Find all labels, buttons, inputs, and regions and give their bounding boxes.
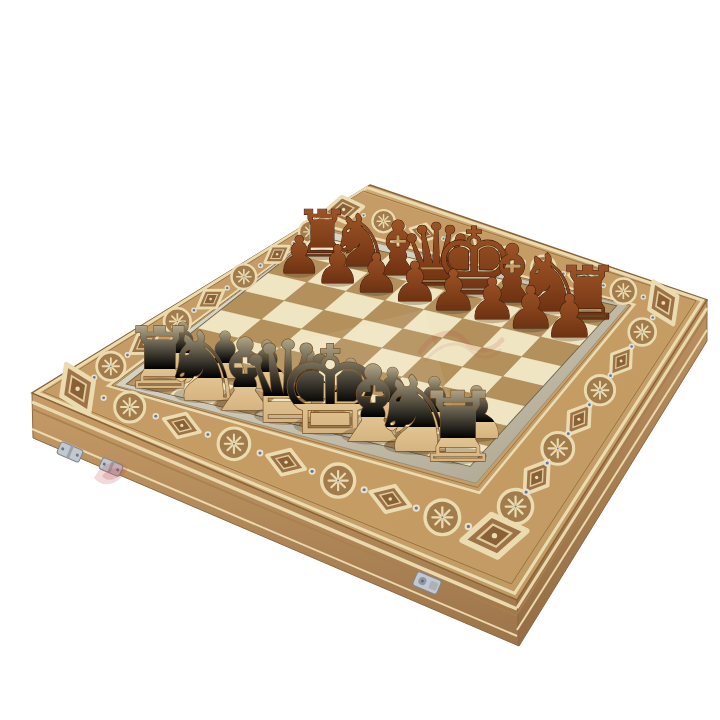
diamond-dot [577,418,580,421]
inlay-dot-center [415,506,418,509]
rosette-center-dot [599,389,601,391]
diamond-dot [661,301,665,305]
rosette-center-dot [515,506,517,508]
rosette-center-dot [233,443,235,445]
inlay-dot-center [588,403,591,406]
inlay-dot-center [609,374,612,377]
diamond-dot [180,424,183,427]
inlay-dot-center [363,488,366,491]
inlay-dot-center [524,490,527,493]
inlay-dot-center [226,287,228,289]
piece-black-pawn-h7[interactable]: ♟ [543,282,596,351]
diamond-dot [209,298,212,301]
rosette-ornament [322,464,355,497]
inlay-dot-center [154,415,157,418]
inlay-dot-center [642,296,644,298]
inlay-dot-center [630,345,633,348]
inlay-dot-center [102,396,105,399]
diamond-dot [388,497,392,501]
rosette-center-dot [337,480,339,482]
piece-white-rook-h1[interactable]: ♜ [414,371,501,484]
piece-glyph: ♜ [414,371,501,484]
inlay-dot-center [258,451,261,454]
diamond-dot [75,386,79,390]
inlay-dot-center [652,316,655,319]
rosette-ornament [542,432,574,464]
rosette-ornament [585,376,614,405]
diamond-dot [620,360,623,363]
rosette-center-dot [641,331,643,333]
rosette-center-dot [110,365,112,367]
rosette-ornament [425,500,460,535]
rosette-center-dot [557,447,559,449]
rosette-ornament [97,352,125,380]
chess-set-photo: ♜♞♝♛♚♝♞♜♟♟♟♟♟♟♟♟♟♟♟♟♟♟♟♟♜♞♝♛♚♝♞♜ [0,0,720,720]
rosette-center-dot [623,290,625,292]
inlay-dot-center [546,461,549,464]
inlay-dot-center [567,432,570,435]
rosette-ornament [629,319,656,346]
piece-glyph: ♟ [543,282,596,351]
photo-canvas: ♜♞♝♛♚♝♞♜♟♟♟♟♟♟♟♟♟♟♟♟♟♟♟♟♜♞♝♛♚♝♞♜ [0,0,720,720]
rosette-center-dot [243,276,244,277]
rosette-center-dot [441,516,443,518]
inlay-dot-center [311,470,314,473]
diamond-dot [535,476,538,479]
diamond-dot [492,533,497,538]
inlay-dot-center [259,264,261,266]
inlay-dot-center [467,525,470,528]
